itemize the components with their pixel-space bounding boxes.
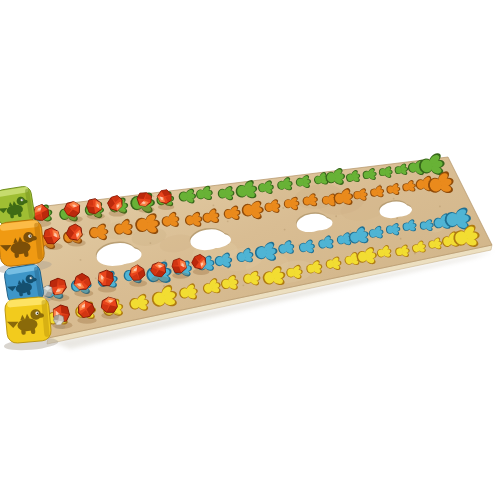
product-photo[interactable]: [0, 0, 500, 500]
board-scene: [0, 0, 500, 500]
